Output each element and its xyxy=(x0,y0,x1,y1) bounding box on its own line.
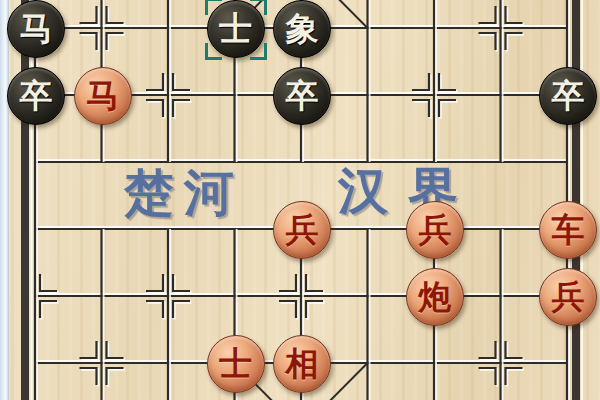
piece-red-chariot[interactable]: 车 xyxy=(539,201,597,259)
piece-black-horse[interactable]: 马 xyxy=(7,0,65,58)
window-left-edge xyxy=(0,0,9,400)
piece-red-advisor[interactable]: 士 xyxy=(207,335,265,393)
piece-red-pawn[interactable]: 兵 xyxy=(273,201,331,259)
piece-red-elephant[interactable]: 相 xyxy=(273,335,331,393)
piece-red-cannon[interactable]: 炮 xyxy=(406,268,464,326)
piece-black-advisor[interactable]: 士 xyxy=(207,0,265,58)
piece-red-pawn[interactable]: 兵 xyxy=(406,201,464,259)
river-label-chu-river: 楚河 xyxy=(124,168,244,218)
piece-red-pawn[interactable]: 兵 xyxy=(539,268,597,326)
xiangqi-board[interactable]: 楚河 汉界 马士象卒马卒卒兵兵车炮兵士相 xyxy=(0,0,600,400)
piece-black-elephant[interactable]: 象 xyxy=(273,0,331,58)
piece-red-horse[interactable]: 马 xyxy=(74,67,132,125)
river-label-han-border: 汉界 xyxy=(338,166,478,216)
piece-black-pawn[interactable]: 卒 xyxy=(273,67,331,125)
piece-black-pawn[interactable]: 卒 xyxy=(7,67,65,125)
piece-black-pawn[interactable]: 卒 xyxy=(539,67,597,125)
